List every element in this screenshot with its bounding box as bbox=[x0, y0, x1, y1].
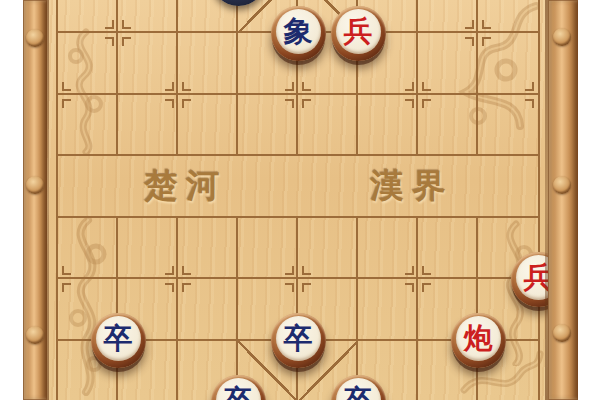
board-cell[interactable] bbox=[58, 33, 118, 95]
piece-red-pawn[interactable]: 兵 bbox=[331, 6, 386, 61]
board-cell[interactable] bbox=[178, 218, 238, 280]
board-cell[interactable] bbox=[418, 218, 478, 280]
piece-black-pawn[interactable]: 卒 bbox=[271, 313, 326, 368]
piece-glyph: 炮 bbox=[456, 316, 501, 361]
board-cell[interactable] bbox=[298, 95, 358, 157]
board-cell[interactable] bbox=[418, 0, 478, 33]
board-cell[interactable] bbox=[238, 95, 298, 157]
board-cell[interactable] bbox=[478, 33, 538, 95]
xiangqi-board-screenshot: 楚河 漢界 象兵兵卒卒炮卒卒 bbox=[0, 0, 600, 400]
board-cell[interactable] bbox=[418, 95, 478, 157]
board-cell[interactable] bbox=[178, 33, 238, 95]
frame-knob bbox=[26, 29, 44, 47]
piece-glyph: 卒 bbox=[336, 378, 381, 400]
board-cell[interactable] bbox=[118, 33, 178, 95]
board-cell[interactable] bbox=[58, 156, 118, 218]
board-cell[interactable] bbox=[58, 95, 118, 157]
board-cell[interactable] bbox=[238, 218, 298, 280]
frame-knob bbox=[553, 28, 571, 46]
river-label-han-jie: 漢界 bbox=[356, 168, 460, 204]
frame-knob bbox=[553, 324, 571, 342]
piece-glyph: 卒 bbox=[276, 316, 321, 361]
frame-knob bbox=[26, 326, 44, 344]
board-cell[interactable] bbox=[298, 156, 358, 218]
piece-glyph: 象 bbox=[276, 9, 321, 54]
river-label-chu-he: 楚河 bbox=[130, 168, 234, 204]
piece-glyph: 兵 bbox=[336, 9, 381, 54]
piece-glyph: 卒 bbox=[96, 316, 141, 361]
board-cell[interactable] bbox=[298, 218, 358, 280]
board-cell[interactable] bbox=[418, 33, 478, 95]
board-cell[interactable] bbox=[178, 0, 238, 33]
board-cell[interactable] bbox=[238, 156, 298, 218]
board-cell[interactable] bbox=[478, 0, 538, 33]
board-cell[interactable] bbox=[358, 279, 418, 341]
piece-black-pawn[interactable]: 卒 bbox=[91, 313, 146, 368]
board-cell[interactable] bbox=[178, 95, 238, 157]
frame-knob bbox=[26, 176, 44, 194]
piece-black-elephant[interactable]: 象 bbox=[271, 6, 326, 61]
piece-glyph: 卒 bbox=[216, 378, 261, 400]
board-cell[interactable] bbox=[358, 95, 418, 157]
board-cell[interactable] bbox=[118, 0, 178, 33]
board-cell[interactable] bbox=[58, 0, 118, 33]
board-cell[interactable] bbox=[358, 218, 418, 280]
board-cell[interactable] bbox=[178, 279, 238, 341]
frame-knob bbox=[553, 176, 571, 194]
piece-red-cannon[interactable]: 炮 bbox=[451, 313, 506, 368]
board-cell[interactable] bbox=[118, 95, 178, 157]
board-cell[interactable] bbox=[478, 95, 538, 157]
board-cell[interactable] bbox=[118, 218, 178, 280]
board-cell[interactable] bbox=[478, 156, 538, 218]
board-cell[interactable] bbox=[58, 218, 118, 280]
